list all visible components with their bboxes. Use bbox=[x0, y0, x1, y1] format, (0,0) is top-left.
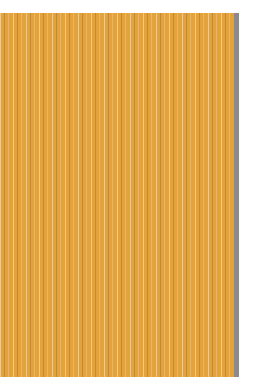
board-overlay bbox=[0, 0, 260, 377]
column-coordinates-strip bbox=[0, 0, 260, 13]
go-diagram bbox=[0, 0, 260, 377]
row-coordinates-strip bbox=[239, 0, 260, 377]
